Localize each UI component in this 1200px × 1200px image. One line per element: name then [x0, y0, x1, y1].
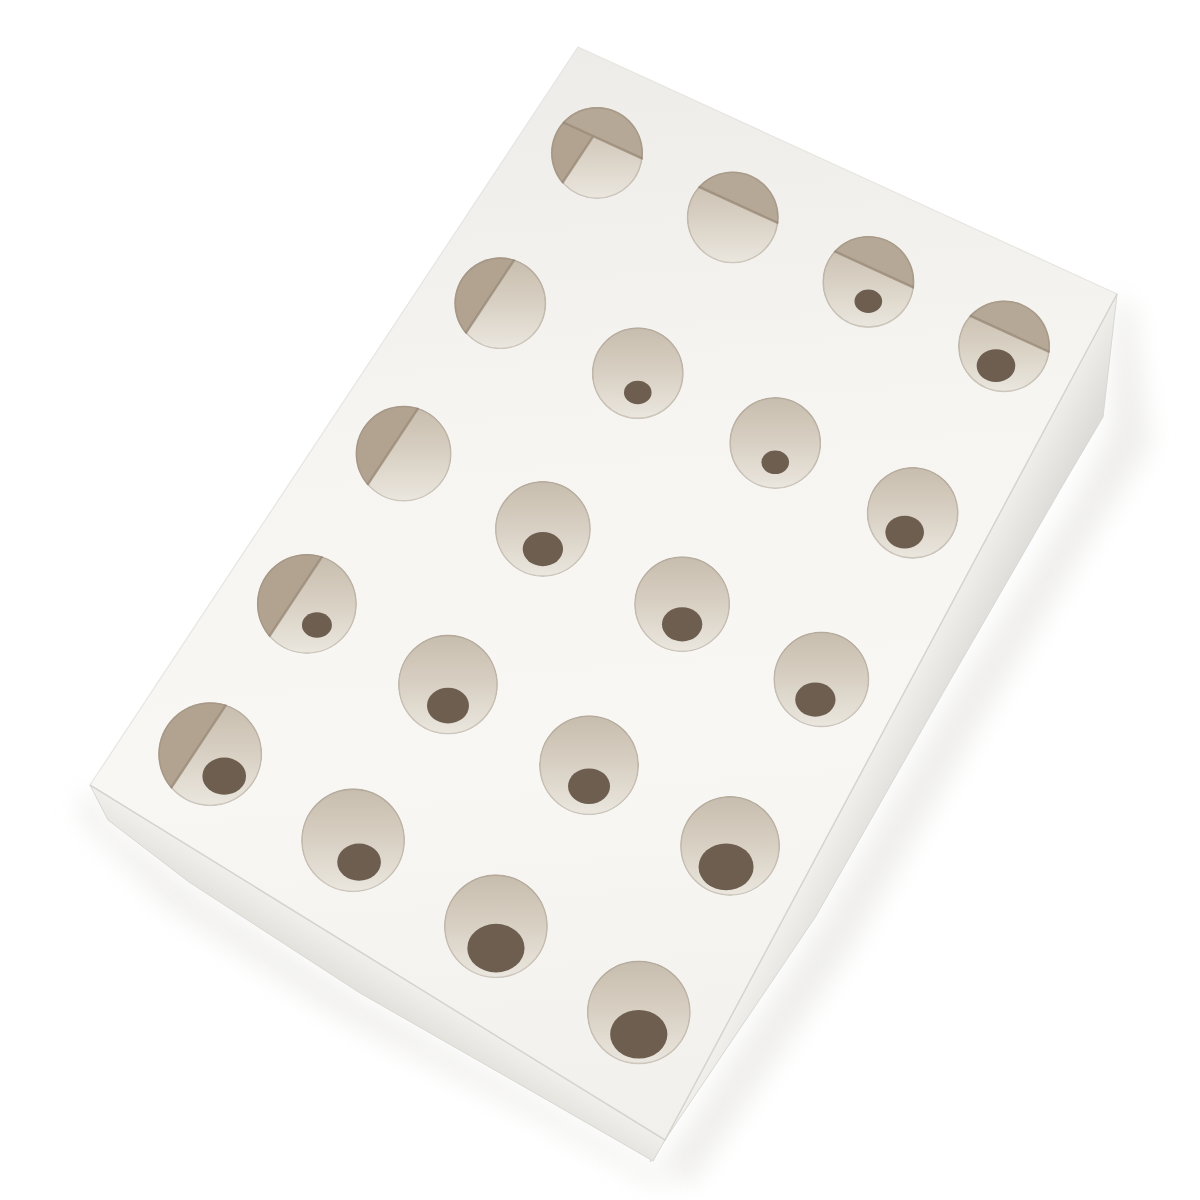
hole-dark-opening — [467, 924, 524, 973]
hole-r5c3 — [444, 874, 548, 978]
hole-r5c2 — [301, 788, 405, 892]
hole-dark-opening — [855, 290, 883, 313]
hole-dark-opening — [699, 844, 754, 891]
hole-dark-opening — [610, 1010, 667, 1059]
hole-r4c2 — [398, 635, 498, 735]
hole-dark-opening — [761, 451, 789, 474]
hole-r3c3 — [634, 556, 730, 652]
hole-r2c2 — [592, 327, 684, 419]
hole-r5c4 — [587, 960, 691, 1064]
product-photo-stage — [0, 0, 1200, 1200]
hole-dark-opening — [523, 532, 563, 566]
hole-dark-opening — [885, 516, 924, 549]
cone-holder-box-photo — [0, 0, 1200, 1200]
hole-dark-opening — [662, 607, 702, 641]
hole-dark-opening — [427, 688, 469, 724]
hole-dark-opening — [795, 682, 835, 716]
hole-dark-opening — [202, 758, 246, 795]
hole-dark-opening — [302, 612, 332, 638]
hole-r4c3 — [539, 715, 639, 815]
hole-r3c2 — [495, 481, 591, 577]
hole-r2c3 — [729, 397, 821, 489]
hole-r4c4 — [680, 796, 780, 896]
hole-dark-opening — [977, 349, 1016, 382]
hole-dark-opening — [624, 381, 652, 404]
hole-dark-opening — [568, 768, 610, 804]
hole-dark-opening — [337, 844, 381, 881]
hole-r3c4 — [773, 631, 869, 727]
hole-r2c4 — [867, 467, 959, 559]
